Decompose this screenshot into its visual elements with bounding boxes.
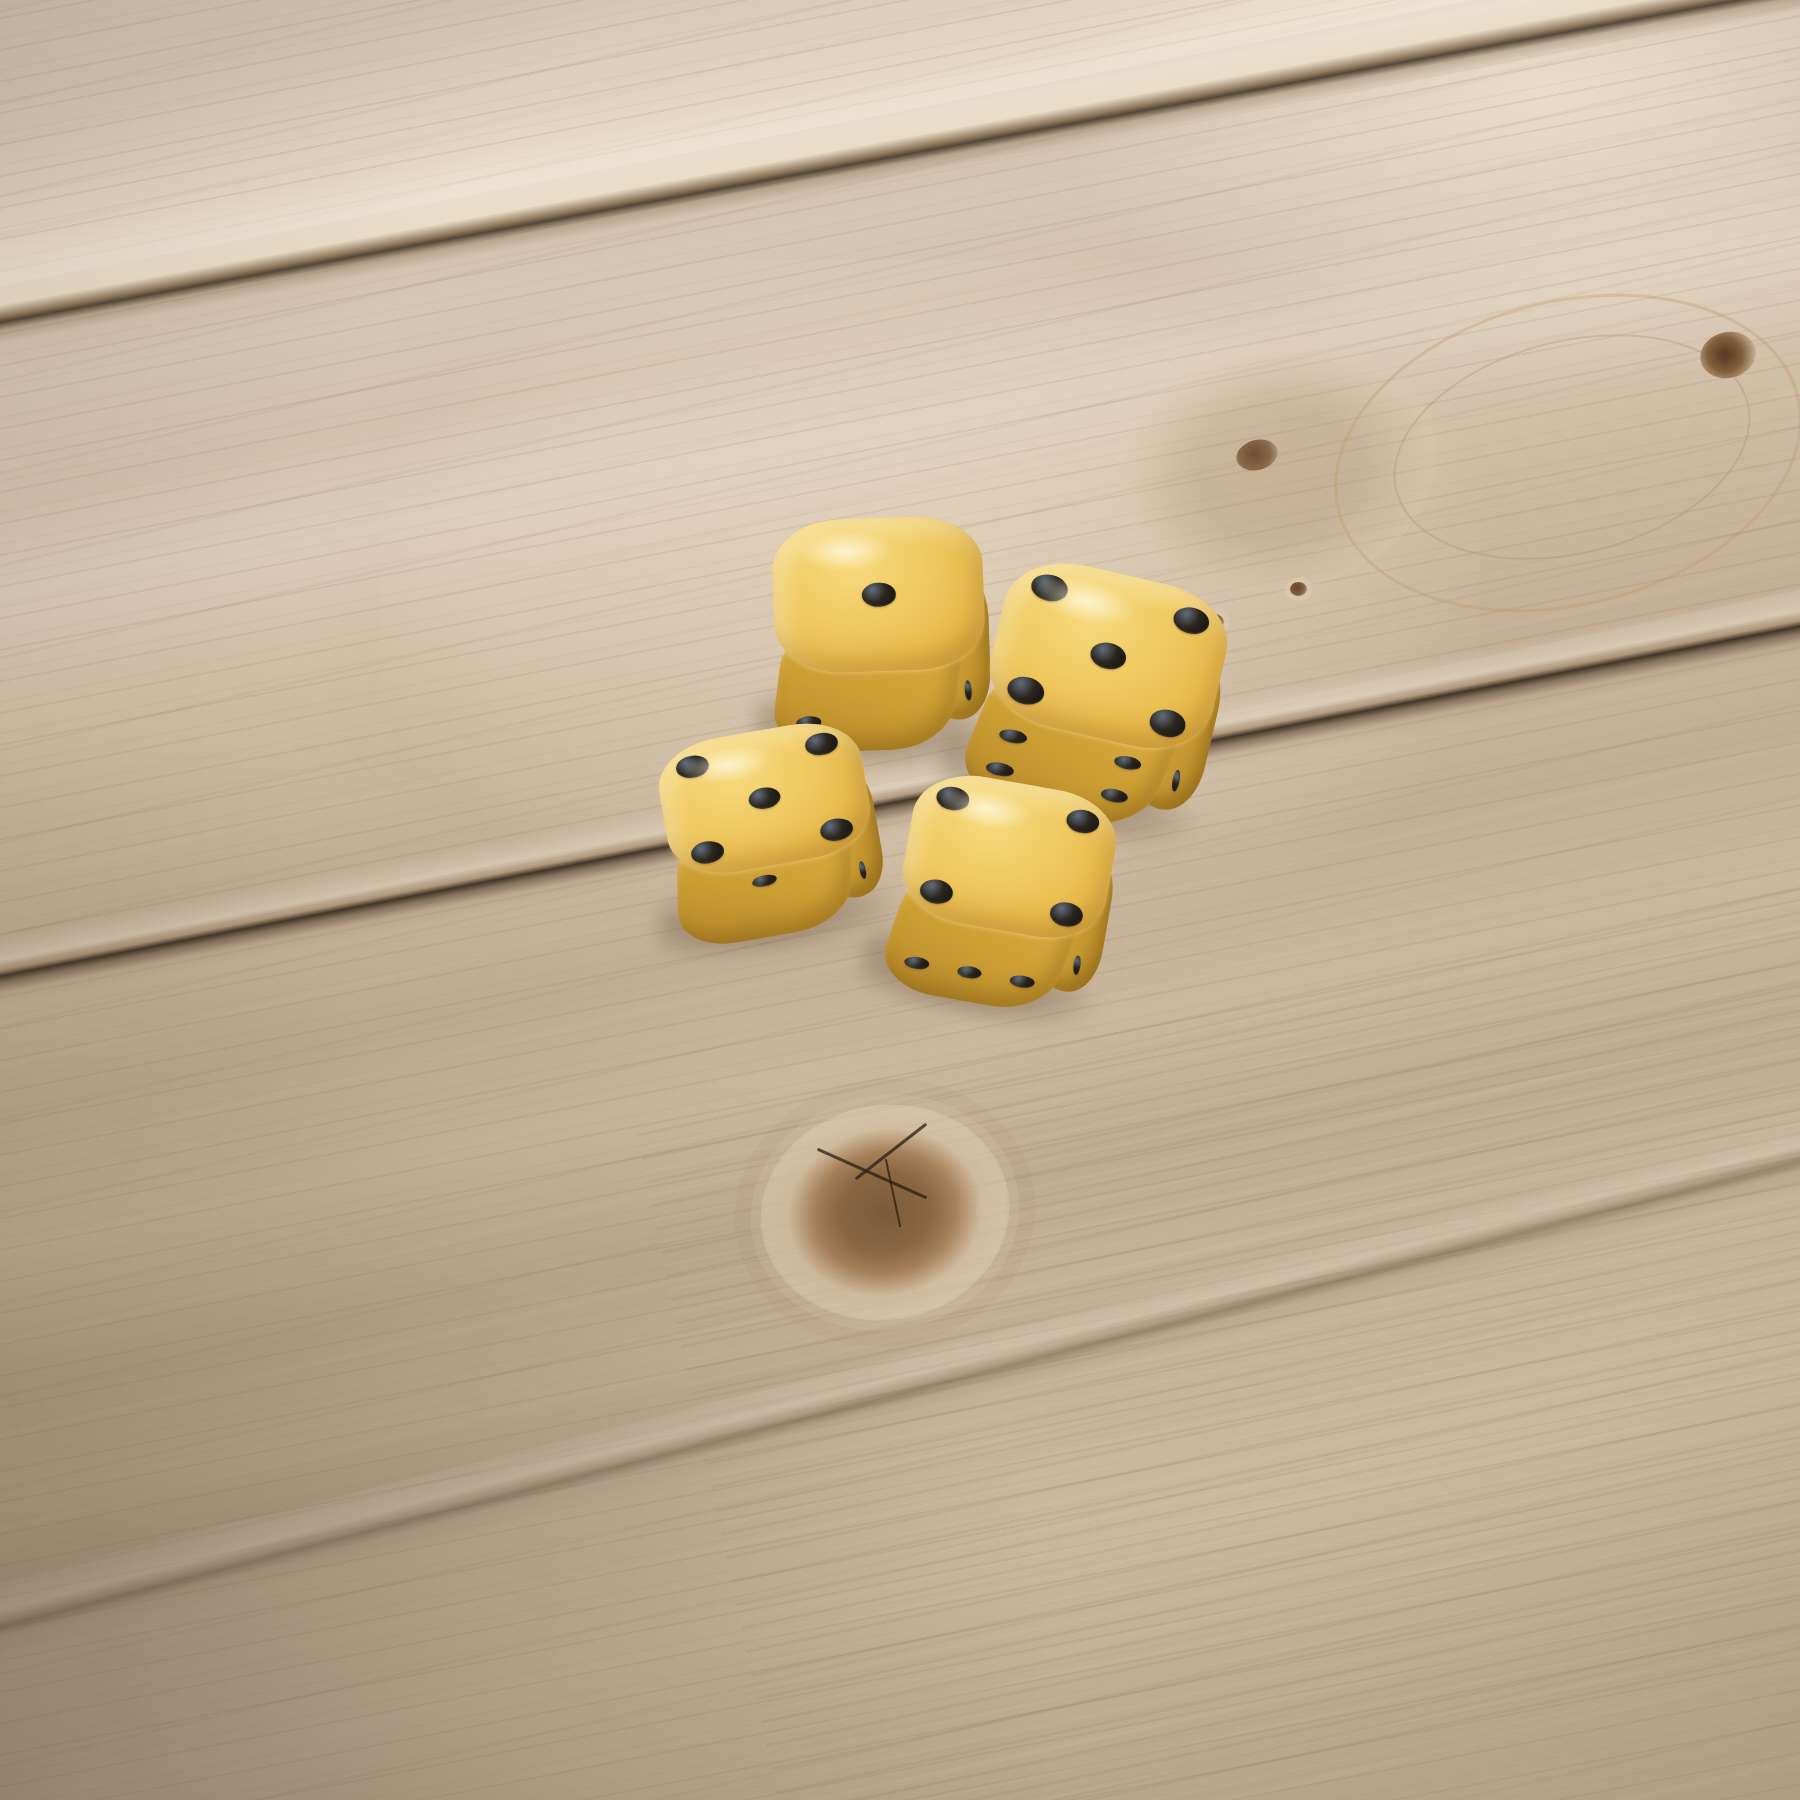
die-4-front-pip bbox=[1008, 974, 1036, 990]
die-4-top-pip bbox=[1048, 900, 1085, 929]
die-2-top-pip bbox=[1147, 706, 1188, 740]
die-2-top-pip bbox=[1088, 639, 1129, 673]
die-2-front-pip bbox=[984, 760, 1016, 779]
die-4-top-pip bbox=[918, 877, 955, 906]
die-1-top-pip bbox=[861, 582, 895, 608]
photo-dice-on-table bbox=[0, 0, 1800, 1800]
die-2-top-pip bbox=[1005, 674, 1046, 708]
die-1-top-face-1 bbox=[771, 514, 986, 674]
die-3-top-pip bbox=[819, 816, 855, 843]
die-4-front-pip bbox=[903, 955, 931, 971]
die-3-top-pip bbox=[746, 785, 782, 812]
die-4-top-pip bbox=[935, 784, 972, 813]
die-4-top-pip bbox=[1064, 807, 1101, 836]
die-3-top-pip bbox=[674, 753, 710, 780]
die-2-side-pip bbox=[1170, 768, 1181, 793]
die-3-top-pip bbox=[803, 731, 839, 758]
die-2-front-pip bbox=[1112, 753, 1144, 772]
die-4-side-pip bbox=[1072, 954, 1081, 976]
die-2-top-pip bbox=[1029, 571, 1070, 605]
die-4 bbox=[882, 766, 1124, 1022]
dice-layer bbox=[0, 0, 1800, 1800]
die-4-front-pip bbox=[955, 964, 983, 980]
die-2-front-pip bbox=[997, 727, 1029, 746]
die-3 bbox=[652, 714, 889, 951]
die-3-side-pip bbox=[858, 861, 868, 879]
die-3-front-pip bbox=[752, 874, 776, 889]
die-2-top-pip bbox=[1171, 604, 1212, 638]
die-1-side-pip bbox=[965, 679, 972, 701]
die-3-top-pip bbox=[689, 839, 725, 866]
